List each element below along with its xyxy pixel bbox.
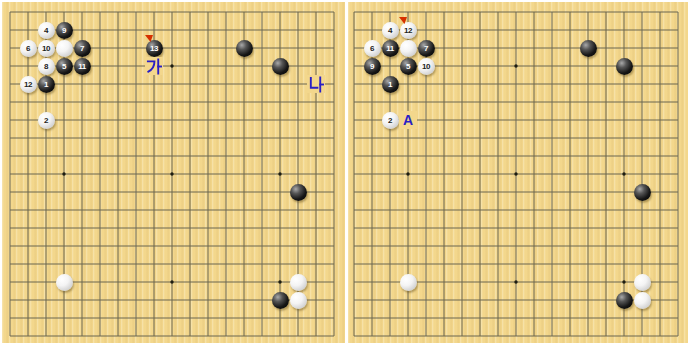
hangul-label-glyph bbox=[146, 58, 162, 75]
black-stone bbox=[290, 184, 307, 201]
black-stone-move-7: 7 bbox=[74, 40, 91, 57]
move-number: 5 bbox=[62, 62, 66, 71]
move-number: 1 bbox=[44, 80, 48, 89]
black-stone-move-11: 11 bbox=[74, 58, 91, 75]
white-stone bbox=[400, 40, 417, 57]
white-stone bbox=[400, 274, 417, 291]
move-number: 11 bbox=[386, 44, 393, 53]
white-stone-move-4: 4 bbox=[382, 22, 399, 39]
move-number: 9 bbox=[370, 62, 374, 71]
move-number: 6 bbox=[370, 44, 374, 53]
move-number: 4 bbox=[388, 26, 392, 35]
white-stone bbox=[290, 292, 307, 309]
white-stone bbox=[56, 274, 73, 291]
black-stone-move-1: 1 bbox=[382, 76, 399, 93]
black-stone bbox=[616, 58, 633, 75]
white-stone-move-10: 10 bbox=[418, 58, 435, 75]
black-stone bbox=[272, 292, 289, 309]
white-stone-move-12: 12 bbox=[400, 22, 417, 39]
white-stone-move-6: 6 bbox=[364, 40, 381, 57]
white-stone-move-2: 2 bbox=[38, 112, 55, 129]
white-stone-move-12: 12 bbox=[20, 76, 37, 93]
white-stone bbox=[290, 274, 307, 291]
black-stone-move-9: 9 bbox=[56, 22, 73, 39]
black-stone-move-1: 1 bbox=[38, 76, 55, 93]
move-number: 2 bbox=[44, 116, 48, 125]
move-number: 12 bbox=[404, 26, 412, 35]
move-number: 1 bbox=[388, 80, 392, 89]
white-stone-move-4: 4 bbox=[38, 22, 55, 39]
move-number: 5 bbox=[406, 62, 410, 71]
black-stone bbox=[616, 292, 633, 309]
white-stone bbox=[634, 274, 651, 291]
move-number: 10 bbox=[422, 62, 430, 71]
move-number: 2 bbox=[388, 116, 392, 125]
black-stone-move-7: 7 bbox=[418, 40, 435, 57]
black-stone bbox=[236, 40, 253, 57]
white-stone-move-2: 2 bbox=[382, 112, 399, 129]
black-stone bbox=[580, 40, 597, 57]
red-triangle-icon bbox=[145, 35, 154, 43]
move-number: 6 bbox=[26, 44, 30, 53]
black-stone-move-11: 11 bbox=[382, 40, 399, 57]
black-stone-move-5: 5 bbox=[400, 58, 417, 75]
hangul-label-glyph bbox=[308, 76, 324, 93]
black-stone-move-5: 5 bbox=[56, 58, 73, 75]
move-number: 7 bbox=[424, 44, 428, 53]
move-number: 10 bbox=[42, 44, 50, 53]
move-number: 13 bbox=[150, 44, 158, 53]
point-label-A: A bbox=[399, 111, 417, 129]
white-stone-move-6: 6 bbox=[20, 40, 37, 57]
move-number: 11 bbox=[78, 62, 85, 71]
white-stone bbox=[56, 40, 73, 57]
move-number: 8 bbox=[44, 62, 48, 71]
black-stone bbox=[634, 184, 651, 201]
move-number: 7 bbox=[80, 44, 84, 53]
move-number: 12 bbox=[24, 80, 32, 89]
black-stone-move-9: 9 bbox=[364, 58, 381, 75]
white-stone bbox=[634, 292, 651, 309]
black-stone bbox=[272, 58, 289, 75]
move-number: 4 bbox=[44, 26, 48, 35]
point-label-가 bbox=[145, 57, 163, 75]
board-grid bbox=[348, 2, 688, 341]
black-stone-move-13: 13 bbox=[146, 40, 163, 57]
go-board-right: 4126117951012A bbox=[348, 2, 688, 343]
go-diagram-screenshot: 4961071385111212 4126117951012A bbox=[0, 0, 691, 345]
white-stone-move-10: 10 bbox=[38, 40, 55, 57]
go-board-left: 4961071385111212 bbox=[2, 2, 345, 343]
white-stone-move-8: 8 bbox=[38, 58, 55, 75]
point-label-나 bbox=[307, 75, 325, 93]
move-number: 9 bbox=[62, 26, 66, 35]
red-triangle-icon bbox=[399, 17, 408, 25]
